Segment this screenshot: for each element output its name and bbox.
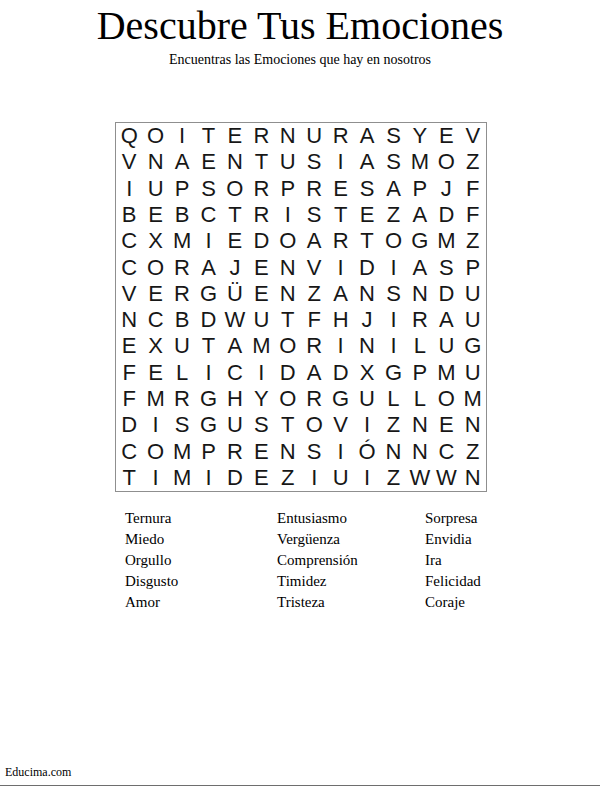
grid-cell[interactable]: O bbox=[301, 412, 327, 438]
grid-cell[interactable]: Y bbox=[407, 123, 433, 149]
grid-cell[interactable]: M bbox=[248, 333, 274, 359]
grid-cell[interactable]: U bbox=[354, 386, 380, 412]
grid-cell[interactable]: E bbox=[354, 202, 380, 228]
grid-cell[interactable]: Z bbox=[460, 438, 486, 464]
word-item: Tristeza bbox=[277, 592, 425, 613]
word-item: Ternura bbox=[125, 508, 277, 529]
grid-cell[interactable]: A bbox=[195, 254, 221, 280]
grid-cell[interactable]: A bbox=[407, 202, 433, 228]
grid-cell[interactable]: I bbox=[195, 360, 221, 386]
grid-cell[interactable]: R bbox=[301, 386, 327, 412]
grid-cell[interactable]: F bbox=[460, 176, 486, 202]
grid-cell[interactable]: G bbox=[460, 333, 486, 359]
grid-cell[interactable]: L bbox=[407, 386, 433, 412]
grid-cell[interactable]: J bbox=[222, 254, 248, 280]
grid-cell[interactable]: A bbox=[354, 149, 380, 175]
grid-cell[interactable]: U bbox=[460, 281, 486, 307]
word-item: Disgusto bbox=[125, 571, 277, 592]
word-list-column: TernuraMiedoOrgulloDisgustoAmor bbox=[125, 508, 277, 613]
grid-cell[interactable]: E bbox=[433, 123, 459, 149]
grid-cell[interactable]: B bbox=[116, 202, 142, 228]
word-list-column: SorpresaEnvidiaIraFelicidadCoraje bbox=[425, 508, 481, 613]
grid-cell[interactable]: S bbox=[301, 202, 327, 228]
grid-cell[interactable]: T bbox=[327, 202, 353, 228]
grid-cell[interactable]: C bbox=[142, 307, 168, 333]
grid-cell[interactable]: B bbox=[169, 307, 195, 333]
grid-cell[interactable]: P bbox=[407, 360, 433, 386]
grid-cell[interactable]: V bbox=[460, 123, 486, 149]
grid-cell[interactable]: I bbox=[169, 123, 195, 149]
grid-cell[interactable]: S bbox=[380, 281, 406, 307]
grid-cell[interactable]: R bbox=[248, 176, 274, 202]
grid-cell[interactable]: X bbox=[142, 228, 168, 254]
grid-cell[interactable]: V bbox=[116, 149, 142, 175]
grid-cell[interactable]: M bbox=[169, 438, 195, 464]
grid-cell[interactable]: I bbox=[142, 412, 168, 438]
grid-cell[interactable]: A bbox=[433, 307, 459, 333]
grid-cell[interactable]: A bbox=[327, 281, 353, 307]
word-item: Envidia bbox=[425, 529, 481, 550]
grid-cell[interactable]: S bbox=[301, 438, 327, 464]
word-item: Ira bbox=[425, 550, 481, 571]
word-item: Amor bbox=[125, 592, 277, 613]
grid-cell[interactable]: Z bbox=[380, 412, 406, 438]
grid-cell[interactable]: V bbox=[301, 254, 327, 280]
grid-cell[interactable]: I bbox=[248, 360, 274, 386]
grid-cell[interactable]: X bbox=[142, 333, 168, 359]
grid-cell[interactable]: T bbox=[275, 307, 301, 333]
wordsearch-grid: QOITERNURASYEVVNAENTUSIASMOZIUPSORPRESAP… bbox=[115, 122, 487, 492]
grid-cell[interactable]: U bbox=[460, 360, 486, 386]
grid-cell[interactable]: R bbox=[407, 307, 433, 333]
grid-cell[interactable]: I bbox=[327, 149, 353, 175]
grid-cell[interactable]: N bbox=[142, 149, 168, 175]
grid-cell[interactable]: A bbox=[301, 228, 327, 254]
grid-cell[interactable]: C bbox=[222, 360, 248, 386]
grid-cell[interactable]: O bbox=[433, 149, 459, 175]
grid-cell[interactable]: J bbox=[433, 176, 459, 202]
grid-cell[interactable]: Ü bbox=[222, 281, 248, 307]
grid-cell[interactable]: I bbox=[380, 333, 406, 359]
grid-cell[interactable]: C bbox=[116, 438, 142, 464]
grid-cell[interactable]: S bbox=[195, 176, 221, 202]
grid-cell[interactable]: A bbox=[354, 123, 380, 149]
grid-cell[interactable]: T bbox=[354, 228, 380, 254]
grid-cell[interactable]: E bbox=[327, 176, 353, 202]
grid-cell[interactable]: D bbox=[433, 202, 459, 228]
grid-cell[interactable]: R bbox=[169, 386, 195, 412]
grid-cell[interactable]: I bbox=[354, 465, 380, 491]
grid-cell[interactable]: G bbox=[195, 281, 221, 307]
grid-cell[interactable]: R bbox=[301, 333, 327, 359]
grid-cell[interactable]: C bbox=[195, 202, 221, 228]
grid-cell[interactable]: N bbox=[116, 307, 142, 333]
grid-cell[interactable]: O bbox=[222, 176, 248, 202]
grid-cell[interactable]: Z bbox=[301, 281, 327, 307]
grid-cell[interactable]: R bbox=[248, 202, 274, 228]
grid-cell[interactable]: P bbox=[195, 438, 221, 464]
grid-cell[interactable]: N bbox=[380, 438, 406, 464]
grid-cell[interactable]: S bbox=[169, 412, 195, 438]
grid-cell[interactable]: U bbox=[433, 333, 459, 359]
grid-cell[interactable]: F bbox=[301, 307, 327, 333]
grid-cell[interactable]: M bbox=[169, 228, 195, 254]
grid-cell[interactable]: N bbox=[354, 281, 380, 307]
grid-cell[interactable]: C bbox=[116, 254, 142, 280]
grid-cell[interactable]: A bbox=[222, 333, 248, 359]
grid-cell[interactable]: E bbox=[433, 412, 459, 438]
grid-cell[interactable]: I bbox=[327, 254, 353, 280]
word-item: Timidez bbox=[277, 571, 425, 592]
bottom-divider bbox=[0, 785, 600, 786]
grid-cell[interactable]: Z bbox=[460, 149, 486, 175]
footer-site-label: Educima.com bbox=[5, 764, 71, 780]
grid-cell[interactable]: E bbox=[195, 149, 221, 175]
word-item: Felicidad bbox=[425, 571, 481, 592]
grid-cell[interactable]: Z bbox=[460, 228, 486, 254]
grid-cell[interactable]: N bbox=[275, 123, 301, 149]
grid-cell[interactable]: R bbox=[301, 176, 327, 202]
grid-cell[interactable]: M bbox=[460, 386, 486, 412]
grid-cell[interactable]: D bbox=[354, 254, 380, 280]
grid-cell[interactable]: M bbox=[433, 360, 459, 386]
grid-cell[interactable]: I bbox=[327, 438, 353, 464]
grid-cell[interactable]: I bbox=[354, 412, 380, 438]
word-item: Miedo bbox=[125, 529, 277, 550]
grid-cell[interactable]: O bbox=[142, 123, 168, 149]
grid-cell[interactable]: S bbox=[433, 254, 459, 280]
grid-cell[interactable]: M bbox=[407, 149, 433, 175]
grid-cell[interactable]: D bbox=[327, 360, 353, 386]
grid-cell[interactable]: N bbox=[275, 254, 301, 280]
grid-cell[interactable]: H bbox=[222, 386, 248, 412]
grid-cell[interactable]: O bbox=[275, 228, 301, 254]
word-item: Entusiasmo bbox=[277, 508, 425, 529]
word-item: Sorpresa bbox=[425, 508, 481, 529]
grid-cell[interactable]: D bbox=[116, 412, 142, 438]
grid-cell[interactable]: P bbox=[407, 176, 433, 202]
grid-cell[interactable]: N bbox=[407, 438, 433, 464]
grid-cell[interactable]: W bbox=[433, 465, 459, 491]
grid-cell[interactable]: J bbox=[354, 307, 380, 333]
grid-cell[interactable]: R bbox=[222, 438, 248, 464]
grid-cell[interactable]: L bbox=[169, 360, 195, 386]
grid-cell[interactable]: I bbox=[195, 228, 221, 254]
grid-cell[interactable]: S bbox=[380, 123, 406, 149]
grid-cell[interactable]: I bbox=[116, 176, 142, 202]
grid-cell[interactable]: E bbox=[142, 202, 168, 228]
grid-cell[interactable]: N bbox=[222, 149, 248, 175]
grid-cell[interactable]: V bbox=[327, 412, 353, 438]
grid-cell[interactable]: E bbox=[248, 465, 274, 491]
grid-cell[interactable]: T bbox=[275, 412, 301, 438]
grid-cell[interactable]: E bbox=[142, 360, 168, 386]
grid-cell[interactable]: Q bbox=[116, 123, 142, 149]
grid-cell[interactable]: F bbox=[116, 386, 142, 412]
grid-cell[interactable]: S bbox=[301, 149, 327, 175]
grid-cell[interactable]: O bbox=[142, 438, 168, 464]
puzzle-page: Descubre Tus Emociones Encuentras las Em… bbox=[0, 0, 600, 788]
grid-cell[interactable]: F bbox=[460, 202, 486, 228]
grid-cell[interactable]: S bbox=[354, 176, 380, 202]
grid-cell[interactable]: D bbox=[433, 281, 459, 307]
grid-cell[interactable]: R bbox=[327, 123, 353, 149]
grid-cell[interactable]: M bbox=[142, 386, 168, 412]
grid-cell[interactable]: U bbox=[142, 176, 168, 202]
grid-cell[interactable]: I bbox=[301, 465, 327, 491]
word-item: Coraje bbox=[425, 592, 481, 613]
grid-cell[interactable]: G bbox=[327, 386, 353, 412]
grid-cell[interactable]: O bbox=[433, 386, 459, 412]
grid-cell[interactable]: M bbox=[169, 465, 195, 491]
grid-cell[interactable]: I bbox=[327, 333, 353, 359]
grid-cell[interactable]: N bbox=[407, 281, 433, 307]
grid-cell[interactable]: A bbox=[301, 360, 327, 386]
grid-cell[interactable]: S bbox=[380, 149, 406, 175]
grid-cell[interactable]: D bbox=[275, 360, 301, 386]
grid-cell[interactable]: G bbox=[195, 412, 221, 438]
grid-cell[interactable]: I bbox=[380, 254, 406, 280]
grid-cell[interactable]: N bbox=[460, 465, 486, 491]
grid-cell[interactable]: R bbox=[169, 281, 195, 307]
word-item: Orgullo bbox=[125, 550, 277, 571]
grid-cell[interactable]: R bbox=[248, 123, 274, 149]
grid-cell[interactable]: S bbox=[248, 412, 274, 438]
grid-cell[interactable]: T bbox=[248, 149, 274, 175]
grid-cell[interactable]: L bbox=[380, 386, 406, 412]
grid-cell[interactable]: T bbox=[195, 123, 221, 149]
grid-cell[interactable]: O bbox=[275, 333, 301, 359]
grid-cell[interactable]: E bbox=[222, 123, 248, 149]
grid-cell[interactable]: T bbox=[222, 202, 248, 228]
grid-cell[interactable]: Z bbox=[380, 202, 406, 228]
grid-cell[interactable]: D bbox=[222, 465, 248, 491]
grid-cell[interactable]: N bbox=[275, 438, 301, 464]
grid-cell[interactable]: C bbox=[116, 228, 142, 254]
grid-cell[interactable]: Ó bbox=[354, 438, 380, 464]
word-list-column: EntusiasmoVergüenzaComprensiónTimidezTri… bbox=[277, 508, 425, 613]
page-subtitle: Encuentras las Emociones que hay en noso… bbox=[0, 50, 600, 70]
grid-cell[interactable]: E bbox=[248, 281, 274, 307]
grid-cell[interactable]: H bbox=[327, 307, 353, 333]
grid-cell[interactable]: N bbox=[354, 333, 380, 359]
grid-cell[interactable]: U bbox=[248, 307, 274, 333]
grid-cell[interactable]: E bbox=[248, 438, 274, 464]
grid-cell[interactable]: U bbox=[460, 307, 486, 333]
grid-cell[interactable]: O bbox=[142, 254, 168, 280]
grid-cell[interactable]: E bbox=[222, 228, 248, 254]
grid-cell[interactable]: U bbox=[301, 123, 327, 149]
grid-cell[interactable]: N bbox=[275, 281, 301, 307]
grid-cell[interactable]: T bbox=[116, 465, 142, 491]
grid-cell[interactable]: G bbox=[195, 386, 221, 412]
grid-cell[interactable]: Z bbox=[275, 465, 301, 491]
grid-cell[interactable]: X bbox=[354, 360, 380, 386]
grid-cell[interactable]: Y bbox=[248, 386, 274, 412]
grid-cell[interactable]: D bbox=[248, 228, 274, 254]
grid-cell[interactable]: E bbox=[116, 333, 142, 359]
grid-cell[interactable]: L bbox=[407, 333, 433, 359]
grid-cell[interactable]: O bbox=[380, 228, 406, 254]
grid-cell[interactable]: U bbox=[275, 149, 301, 175]
grid-cell[interactable]: Z bbox=[380, 465, 406, 491]
grid-cell[interactable]: A bbox=[407, 254, 433, 280]
grid-cell[interactable]: A bbox=[380, 176, 406, 202]
grid-cell[interactable]: M bbox=[433, 228, 459, 254]
grid-cell[interactable]: P bbox=[169, 176, 195, 202]
grid-cell[interactable]: I bbox=[142, 465, 168, 491]
grid-cell[interactable]: N bbox=[407, 412, 433, 438]
grid-cell[interactable]: O bbox=[275, 386, 301, 412]
grid-cell[interactable]: C bbox=[433, 438, 459, 464]
grid-cell[interactable]: R bbox=[169, 254, 195, 280]
grid-cell[interactable]: D bbox=[195, 307, 221, 333]
word-item: Comprensión bbox=[277, 550, 425, 571]
grid-cell[interactable]: G bbox=[407, 228, 433, 254]
grid-cell[interactable]: I bbox=[275, 202, 301, 228]
grid-cell[interactable]: I bbox=[380, 307, 406, 333]
page-title: Descubre Tus Emociones bbox=[0, 2, 600, 50]
grid-cell[interactable]: A bbox=[169, 149, 195, 175]
grid-cell[interactable]: U bbox=[327, 465, 353, 491]
grid-cell[interactable]: U bbox=[222, 412, 248, 438]
grid-cell[interactable]: W bbox=[407, 465, 433, 491]
grid-cell[interactable]: P bbox=[460, 254, 486, 280]
grid-cell[interactable]: T bbox=[195, 333, 221, 359]
grid-cell[interactable]: W bbox=[222, 307, 248, 333]
word-list: TernuraMiedoOrgulloDisgustoAmorEntusiasm… bbox=[125, 508, 481, 613]
grid-cell[interactable]: E bbox=[248, 254, 274, 280]
grid-cell[interactable]: P bbox=[275, 176, 301, 202]
grid-cell[interactable]: I bbox=[195, 465, 221, 491]
grid-cell[interactable]: F bbox=[116, 360, 142, 386]
grid-cell[interactable]: U bbox=[169, 333, 195, 359]
grid-cell[interactable]: E bbox=[142, 281, 168, 307]
grid-cell[interactable]: V bbox=[116, 281, 142, 307]
grid-cell[interactable]: N bbox=[460, 412, 486, 438]
grid-cell[interactable]: R bbox=[327, 228, 353, 254]
grid-cell[interactable]: G bbox=[380, 360, 406, 386]
grid-cell[interactable]: B bbox=[169, 202, 195, 228]
word-item: Vergüenza bbox=[277, 529, 425, 550]
